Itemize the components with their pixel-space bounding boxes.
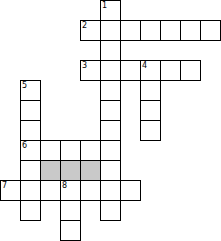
crossword-cell-r8c3 bbox=[60, 160, 81, 181]
crossword-cell-r9c1[interactable] bbox=[20, 180, 41, 201]
crossword-cell-r8c1[interactable] bbox=[20, 160, 41, 181]
crossword-cell-r8c4 bbox=[80, 160, 101, 181]
crossword-cell-r4c5[interactable] bbox=[100, 80, 121, 101]
crossword-cell-r1c7[interactable] bbox=[140, 20, 161, 41]
crossword-cell-r9c2[interactable] bbox=[40, 180, 61, 201]
crossword-cell-r1c10[interactable] bbox=[200, 20, 221, 41]
crossword-cell-r3c4[interactable]: 3 bbox=[80, 60, 101, 81]
clue-number: 5 bbox=[22, 81, 27, 90]
crossword-cell-r6c7[interactable] bbox=[140, 120, 161, 141]
crossword-cell-r9c5[interactable] bbox=[100, 180, 121, 201]
clue-number: 8 bbox=[62, 181, 67, 190]
crossword-cell-r1c6[interactable] bbox=[120, 20, 141, 41]
crossword-cell-r7c3[interactable] bbox=[60, 140, 81, 161]
clue-number: 7 bbox=[2, 181, 7, 190]
crossword-cell-r9c6[interactable] bbox=[120, 180, 141, 201]
crossword-cell-r5c7[interactable] bbox=[140, 100, 161, 121]
crossword-cell-r3c5[interactable] bbox=[100, 60, 121, 81]
clue-number: 4 bbox=[142, 61, 147, 70]
crossword-cell-r3c6[interactable] bbox=[120, 60, 141, 81]
crossword-cell-r6c1[interactable] bbox=[20, 120, 41, 141]
crossword-cell-r1c9[interactable] bbox=[180, 20, 201, 41]
crossword-cell-r4c7[interactable] bbox=[140, 80, 161, 101]
crossword-cell-r5c1[interactable] bbox=[20, 100, 41, 121]
crossword-board: 12345678 bbox=[0, 0, 221, 241]
crossword-cell-r3c8[interactable] bbox=[160, 60, 181, 81]
crossword-cell-r5c5[interactable] bbox=[100, 100, 121, 121]
clue-number: 1 bbox=[102, 1, 107, 10]
clue-number: 6 bbox=[22, 141, 27, 150]
crossword-cell-r3c9[interactable] bbox=[180, 60, 201, 81]
crossword-cell-r8c2 bbox=[40, 160, 61, 181]
clue-number: 2 bbox=[82, 21, 87, 30]
crossword-cell-r1c8[interactable] bbox=[160, 20, 181, 41]
clue-number: 3 bbox=[82, 61, 87, 70]
crossword-cell-r9c4[interactable] bbox=[80, 180, 101, 201]
crossword-cell-r2c5[interactable] bbox=[100, 40, 121, 61]
crossword-cell-r1c4[interactable]: 2 bbox=[80, 20, 101, 41]
crossword-cell-r8c5[interactable] bbox=[100, 160, 121, 181]
crossword-cell-r6c5[interactable] bbox=[100, 120, 121, 141]
crossword-cell-r10c3[interactable] bbox=[60, 200, 81, 221]
crossword-cell-r0c5[interactable]: 1 bbox=[100, 0, 121, 21]
crossword-cell-r10c1[interactable] bbox=[20, 200, 41, 221]
crossword-cell-r7c5[interactable] bbox=[100, 140, 121, 161]
crossword-cell-r7c1[interactable]: 6 bbox=[20, 140, 41, 161]
crossword-cell-r9c3[interactable]: 8 bbox=[60, 180, 81, 201]
crossword-cell-r7c2[interactable] bbox=[40, 140, 61, 161]
crossword-cell-r11c3[interactable] bbox=[60, 220, 81, 241]
crossword-cell-r7c4[interactable] bbox=[80, 140, 101, 161]
crossword-cell-r4c1[interactable]: 5 bbox=[20, 80, 41, 101]
crossword-cell-r3c7[interactable]: 4 bbox=[140, 60, 161, 81]
crossword-cell-r9c0[interactable]: 7 bbox=[0, 180, 21, 201]
crossword-cell-r1c5[interactable] bbox=[100, 20, 121, 41]
crossword-cell-r10c5[interactable] bbox=[100, 200, 121, 221]
